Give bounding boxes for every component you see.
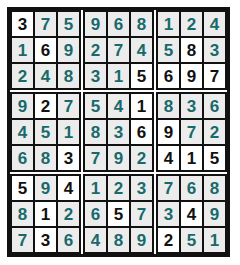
cell-r2c6[interactable]: 4: [131, 38, 152, 62]
cell-r1c1[interactable]: 3: [12, 12, 33, 36]
box-3: 124583697: [156, 10, 227, 90]
cell-r3c9[interactable]: 7: [204, 64, 225, 88]
cell-r8c8[interactable]: 4: [181, 202, 202, 226]
cell-r5c8[interactable]: 7: [181, 120, 202, 144]
cell-r9c5[interactable]: 8: [108, 228, 129, 252]
cell-r7c7[interactable]: 7: [158, 176, 179, 200]
cell-r9c3[interactable]: 6: [58, 228, 79, 252]
cell-r4c6[interactable]: 1: [131, 94, 152, 118]
cell-r1c4[interactable]: 9: [85, 12, 106, 36]
cell-r5c3[interactable]: 1: [58, 120, 79, 144]
cell-r8c6[interactable]: 7: [131, 202, 152, 226]
cell-r4c9[interactable]: 6: [204, 94, 225, 118]
cell-r2c2[interactable]: 6: [35, 38, 56, 62]
cell-r5c9[interactable]: 2: [204, 120, 225, 144]
cell-r6c1[interactable]: 6: [12, 146, 33, 170]
cell-r8c7[interactable]: 3: [158, 202, 179, 226]
cell-r3c5[interactable]: 1: [108, 64, 129, 88]
cell-r9c8[interactable]: 5: [181, 228, 202, 252]
box-4: 927451683: [10, 92, 81, 172]
cell-r5c2[interactable]: 5: [35, 120, 56, 144]
cell-r3c2[interactable]: 4: [35, 64, 56, 88]
cell-r2c4[interactable]: 2: [85, 38, 106, 62]
cell-r7c9[interactable]: 8: [204, 176, 225, 200]
cell-r1c7[interactable]: 1: [158, 12, 179, 36]
cell-r1c5[interactable]: 6: [108, 12, 129, 36]
cell-r6c3[interactable]: 3: [58, 146, 79, 170]
cell-r3c4[interactable]: 3: [85, 64, 106, 88]
cell-r3c7[interactable]: 6: [158, 64, 179, 88]
cell-r4c1[interactable]: 9: [12, 94, 33, 118]
cell-r6c4[interactable]: 7: [85, 146, 106, 170]
cell-r2c5[interactable]: 7: [108, 38, 129, 62]
box-9: 768349251: [156, 174, 227, 254]
cell-r7c4[interactable]: 1: [85, 176, 106, 200]
cell-r4c4[interactable]: 5: [85, 94, 106, 118]
cell-r6c6[interactable]: 2: [131, 146, 152, 170]
box-5: 541836792: [83, 92, 154, 172]
cell-r6c5[interactable]: 9: [108, 146, 129, 170]
cell-r2c1[interactable]: 1: [12, 38, 33, 62]
cell-r1c3[interactable]: 5: [58, 12, 79, 36]
cell-r3c8[interactable]: 9: [181, 64, 202, 88]
cell-r6c8[interactable]: 1: [181, 146, 202, 170]
cell-r1c2[interactable]: 7: [35, 12, 56, 36]
cell-r2c7[interactable]: 5: [158, 38, 179, 62]
box-2: 968274315: [83, 10, 154, 90]
cell-r7c6[interactable]: 3: [131, 176, 152, 200]
cell-r9c1[interactable]: 7: [12, 228, 33, 252]
cell-r3c6[interactable]: 5: [131, 64, 152, 88]
cell-r8c3[interactable]: 2: [58, 202, 79, 226]
cell-r2c9[interactable]: 3: [204, 38, 225, 62]
cell-r9c7[interactable]: 2: [158, 228, 179, 252]
cell-r3c1[interactable]: 2: [12, 64, 33, 88]
cell-r8c2[interactable]: 1: [35, 202, 56, 226]
box-7: 594812736: [10, 174, 81, 254]
cell-r7c2[interactable]: 9: [35, 176, 56, 200]
cell-r4c8[interactable]: 3: [181, 94, 202, 118]
cell-r6c2[interactable]: 8: [35, 146, 56, 170]
box-1: 375169248: [10, 10, 81, 90]
cell-r4c3[interactable]: 7: [58, 94, 79, 118]
cell-r5c6[interactable]: 6: [131, 120, 152, 144]
cell-r8c9[interactable]: 9: [204, 202, 225, 226]
cell-r4c5[interactable]: 4: [108, 94, 129, 118]
cell-r9c9[interactable]: 1: [204, 228, 225, 252]
cell-r1c8[interactable]: 2: [181, 12, 202, 36]
cell-r7c8[interactable]: 6: [181, 176, 202, 200]
box-8: 123657489: [83, 174, 154, 254]
cell-r7c3[interactable]: 4: [58, 176, 79, 200]
cell-r3c3[interactable]: 8: [58, 64, 79, 88]
cell-r8c5[interactable]: 5: [108, 202, 129, 226]
cell-r4c2[interactable]: 2: [35, 94, 56, 118]
cell-r7c1[interactable]: 5: [12, 176, 33, 200]
box-6: 836972415: [156, 92, 227, 172]
cell-r1c9[interactable]: 4: [204, 12, 225, 36]
cell-r9c2[interactable]: 3: [35, 228, 56, 252]
cell-r1c6[interactable]: 8: [131, 12, 152, 36]
cell-r5c7[interactable]: 9: [158, 120, 179, 144]
cell-r7c5[interactable]: 2: [108, 176, 129, 200]
cell-r6c7[interactable]: 4: [158, 146, 179, 170]
cell-r5c1[interactable]: 4: [12, 120, 33, 144]
cell-r9c6[interactable]: 9: [131, 228, 152, 252]
cell-r5c5[interactable]: 3: [108, 120, 129, 144]
cell-r8c1[interactable]: 8: [12, 202, 33, 226]
sudoku-board: 3751692489682743151245836979274516835418…: [7, 7, 230, 257]
cell-r9c4[interactable]: 4: [85, 228, 106, 252]
cell-r4c7[interactable]: 8: [158, 94, 179, 118]
cell-r8c4[interactable]: 6: [85, 202, 106, 226]
cell-r5c4[interactable]: 8: [85, 120, 106, 144]
cell-r6c9[interactable]: 5: [204, 146, 225, 170]
cell-r2c3[interactable]: 9: [58, 38, 79, 62]
cell-r2c8[interactable]: 8: [181, 38, 202, 62]
